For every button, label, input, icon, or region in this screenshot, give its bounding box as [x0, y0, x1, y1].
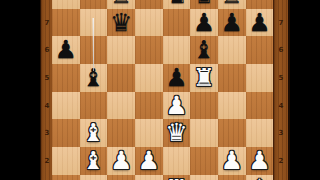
square-c6[interactable]	[107, 36, 135, 64]
square-a7[interactable]	[52, 9, 80, 37]
square-d7[interactable]	[135, 9, 163, 37]
piece-black-pawn-f7[interactable]: ♟	[190, 9, 218, 37]
square-d8[interactable]	[135, 0, 163, 9]
piece-white-pawn-h2[interactable]: ♟	[246, 147, 274, 175]
square-a8[interactable]	[52, 0, 80, 9]
rank-label-right-7: 7	[274, 19, 288, 27]
piece-black-pawn-a6[interactable]: ♟	[52, 36, 80, 64]
square-f3[interactable]	[190, 119, 218, 147]
square-h5[interactable]	[246, 64, 274, 92]
piece-black-pawn-e5[interactable]: ♟	[163, 64, 191, 92]
square-c4[interactable]	[107, 92, 135, 120]
square-e6[interactable]	[163, 36, 191, 64]
square-h3[interactable]	[246, 119, 274, 147]
piece-white-pawn-g2[interactable]: ♟	[218, 147, 246, 175]
square-a2[interactable]	[52, 147, 80, 175]
piece-white-king-h1[interactable]: ♚	[246, 175, 274, 180]
piece-white-bishop-b3[interactable]: ♝	[80, 119, 108, 147]
chess-app-screenshot: 87654321 87654321 ♜♞♚♜♛♟♟♟♟♝♝♟♜♟♝♛♝♟♟♟♟♜…	[0, 0, 320, 180]
board-frame-right: 87654321	[273, 0, 290, 180]
square-f1[interactable]	[190, 175, 218, 180]
piece-white-bishop-b2[interactable]: ♝	[80, 147, 108, 175]
piece-white-queen-e3[interactable]: ♛	[163, 119, 191, 147]
square-f4[interactable]	[190, 92, 218, 120]
square-g1[interactable]	[218, 175, 246, 180]
square-d3[interactable]	[135, 119, 163, 147]
piece-black-pawn-h7[interactable]: ♟	[246, 9, 274, 37]
square-d1[interactable]	[135, 175, 163, 180]
square-g3[interactable]	[218, 119, 246, 147]
chess-board: ♜♞♚♜♛♟♟♟♟♝♝♟♜♟♝♛♝♟♟♟♟♜♚	[52, 0, 273, 180]
square-c5[interactable]	[107, 64, 135, 92]
rank-label-right-3: 3	[274, 129, 288, 137]
piece-white-rook-e1[interactable]: ♜	[163, 175, 191, 180]
square-a5[interactable]	[52, 64, 80, 92]
rank-label-right-5: 5	[274, 74, 288, 82]
square-g6[interactable]	[218, 36, 246, 64]
rank-label-right-2: 2	[274, 157, 288, 165]
rank-label-right-6: 6	[274, 46, 288, 54]
square-a1[interactable]	[52, 175, 80, 180]
square-b1[interactable]	[80, 175, 108, 180]
square-d6[interactable]	[135, 36, 163, 64]
rank-label-right-4: 4	[274, 102, 288, 110]
square-g4[interactable]	[218, 92, 246, 120]
square-a3[interactable]	[52, 119, 80, 147]
square-e2[interactable]	[163, 147, 191, 175]
square-e7[interactable]	[163, 9, 191, 37]
piece-black-pawn-g7[interactable]: ♟	[218, 9, 246, 37]
square-d4[interactable]	[135, 92, 163, 120]
square-b4[interactable]	[80, 92, 108, 120]
square-f2[interactable]	[190, 147, 218, 175]
square-d5[interactable]	[135, 64, 163, 92]
piece-white-pawn-c2[interactable]: ♟	[107, 147, 135, 175]
piece-black-bishop-f6[interactable]: ♝	[190, 36, 218, 64]
square-g5[interactable]	[218, 64, 246, 92]
square-a4[interactable]	[52, 92, 80, 120]
piece-white-pawn-e4[interactable]: ♟	[163, 92, 191, 120]
square-c1[interactable]	[107, 175, 135, 180]
square-h4[interactable]	[246, 92, 274, 120]
piece-white-rook-f5[interactable]: ♜	[190, 64, 218, 92]
piece-black-knight-e8[interactable]: ♞	[163, 0, 191, 9]
piece-black-queen-c7[interactable]: ♛	[107, 9, 135, 37]
square-h6[interactable]	[246, 36, 274, 64]
piece-white-pawn-d2[interactable]: ♟	[135, 147, 163, 175]
square-c3[interactable]	[107, 119, 135, 147]
square-b8[interactable]	[80, 0, 108, 9]
